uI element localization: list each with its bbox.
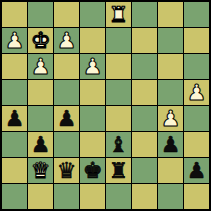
square-d7[interactable]	[80, 28, 105, 53]
square-a7[interactable]: ♟	[2, 28, 27, 53]
square-c3[interactable]	[54, 132, 79, 157]
square-b8[interactable]	[28, 2, 53, 27]
square-d2[interactable]: ♚	[80, 158, 105, 183]
chess-board: ♜♟♚♟♟♟♟♟♟♟♟♝♟♛♛♚♜♟	[2, 2, 209, 209]
square-b1[interactable]	[28, 184, 53, 209]
piece-black-bishop-e3[interactable]: ♝	[109, 132, 129, 157]
square-h3[interactable]	[184, 132, 209, 157]
square-b7[interactable]: ♚	[28, 28, 53, 53]
square-e1[interactable]	[106, 184, 131, 209]
piece-white-pawn-a7[interactable]: ♟	[5, 28, 25, 53]
square-g8[interactable]	[158, 2, 183, 27]
square-e6[interactable]	[106, 54, 131, 79]
piece-black-king-d2[interactable]: ♚	[83, 158, 103, 183]
square-f6[interactable]	[132, 54, 157, 79]
square-f2[interactable]	[132, 158, 157, 183]
square-f3[interactable]	[132, 132, 157, 157]
square-a1[interactable]	[2, 184, 27, 209]
square-f5[interactable]	[132, 80, 157, 105]
square-e4[interactable]	[106, 106, 131, 131]
piece-white-queen-b2[interactable]: ♛	[31, 158, 51, 183]
square-h5[interactable]: ♟	[184, 80, 209, 105]
square-c1[interactable]	[54, 184, 79, 209]
piece-black-pawn-b3[interactable]: ♟	[31, 132, 51, 157]
square-d5[interactable]	[80, 80, 105, 105]
square-b4[interactable]	[28, 106, 53, 131]
piece-black-pawn-g3[interactable]: ♟	[161, 132, 181, 157]
square-d6[interactable]: ♟	[80, 54, 105, 79]
square-a2[interactable]	[2, 158, 27, 183]
square-b3[interactable]: ♟	[28, 132, 53, 157]
square-g5[interactable]	[158, 80, 183, 105]
square-h8[interactable]	[184, 2, 209, 27]
square-a3[interactable]	[2, 132, 27, 157]
square-g7[interactable]	[158, 28, 183, 53]
piece-white-pawn-h5[interactable]: ♟	[187, 80, 207, 105]
square-f8[interactable]	[132, 2, 157, 27]
square-d1[interactable]	[80, 184, 105, 209]
square-h1[interactable]	[184, 184, 209, 209]
piece-black-pawn-a4[interactable]: ♟	[5, 106, 25, 131]
square-a8[interactable]	[2, 2, 27, 27]
square-f4[interactable]	[132, 106, 157, 131]
square-d8[interactable]	[80, 2, 105, 27]
square-f1[interactable]	[132, 184, 157, 209]
square-e8[interactable]: ♜	[106, 2, 131, 27]
square-e3[interactable]: ♝	[106, 132, 131, 157]
square-d4[interactable]	[80, 106, 105, 131]
piece-black-pawn-c4[interactable]: ♟	[57, 106, 77, 131]
square-g3[interactable]: ♟	[158, 132, 183, 157]
square-c8[interactable]	[54, 2, 79, 27]
square-b2[interactable]: ♛	[28, 158, 53, 183]
square-e2[interactable]: ♜	[106, 158, 131, 183]
piece-white-rook-e8[interactable]: ♜	[109, 2, 129, 27]
chess-board-frame: ♜♟♚♟♟♟♟♟♟♟♟♝♟♛♛♚♜♟	[0, 0, 211, 211]
square-g6[interactable]	[158, 54, 183, 79]
square-g4[interactable]: ♟	[158, 106, 183, 131]
square-c7[interactable]: ♟	[54, 28, 79, 53]
square-a6[interactable]	[2, 54, 27, 79]
square-h4[interactable]	[184, 106, 209, 131]
piece-white-king-b7[interactable]: ♚	[31, 28, 51, 53]
piece-white-pawn-b6[interactable]: ♟	[31, 54, 51, 79]
square-c2[interactable]: ♛	[54, 158, 79, 183]
square-a5[interactable]	[2, 80, 27, 105]
square-h6[interactable]	[184, 54, 209, 79]
square-e5[interactable]	[106, 80, 131, 105]
square-d3[interactable]	[80, 132, 105, 157]
square-g1[interactable]	[158, 184, 183, 209]
square-c6[interactable]	[54, 54, 79, 79]
square-h2[interactable]: ♟	[184, 158, 209, 183]
square-e7[interactable]	[106, 28, 131, 53]
square-f7[interactable]	[132, 28, 157, 53]
piece-white-pawn-c7[interactable]: ♟	[57, 28, 77, 53]
piece-white-pawn-d6[interactable]: ♟	[83, 54, 103, 79]
square-c5[interactable]	[54, 80, 79, 105]
square-a4[interactable]: ♟	[2, 106, 27, 131]
square-h7[interactable]	[184, 28, 209, 53]
piece-black-queen-c2[interactable]: ♛	[57, 158, 77, 183]
square-b5[interactable]	[28, 80, 53, 105]
piece-white-pawn-g4[interactable]: ♟	[161, 106, 181, 131]
square-b6[interactable]: ♟	[28, 54, 53, 79]
square-g2[interactable]	[158, 158, 183, 183]
piece-black-rook-e2[interactable]: ♜	[109, 158, 129, 183]
square-c4[interactable]: ♟	[54, 106, 79, 131]
piece-black-pawn-h2[interactable]: ♟	[187, 158, 207, 183]
